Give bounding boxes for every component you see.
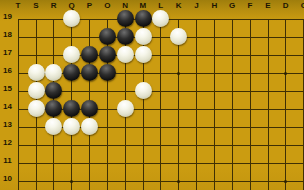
intersection-F18[interactable]	[241, 28, 259, 46]
intersection-J13[interactable]	[188, 118, 206, 136]
intersection-P17[interactable]	[80, 46, 98, 64]
intersection-R12[interactable]	[45, 136, 63, 154]
intersection-N19[interactable]	[116, 10, 134, 28]
intersection-T15[interactable]	[9, 82, 27, 100]
intersection-T17[interactable]	[9, 46, 27, 64]
intersection-J10[interactable]	[188, 172, 206, 190]
intersection-N12[interactable]	[116, 136, 134, 154]
white-stone-R16	[45, 64, 62, 81]
white-stone-R13	[45, 118, 62, 135]
star-point-D10	[284, 180, 287, 183]
intersection-P14[interactable]	[80, 100, 98, 118]
intersection-G14[interactable]	[223, 100, 241, 118]
intersection-H12[interactable]	[205, 136, 223, 154]
column-label-S: S	[30, 1, 42, 10]
column-label-G: G	[226, 1, 238, 10]
intersection-F11[interactable]	[241, 154, 259, 172]
intersection-R17[interactable]	[45, 46, 63, 64]
intersection-P11[interactable]	[80, 154, 98, 172]
intersection-H14[interactable]	[205, 100, 223, 118]
column-label-F: F	[244, 1, 256, 10]
white-stone-Q13	[63, 118, 80, 135]
intersection-L10[interactable]	[152, 172, 170, 190]
white-stone-S15	[28, 82, 45, 99]
intersection-C18[interactable]	[295, 28, 304, 46]
white-stone-S16	[28, 64, 45, 81]
white-stone-P13	[81, 118, 98, 135]
intersection-Q19[interactable]	[63, 10, 81, 28]
black-stone-Q14	[63, 100, 80, 117]
intersection-K13[interactable]	[170, 118, 188, 136]
intersection-Q14[interactable]	[63, 100, 81, 118]
column-label-N: N	[119, 1, 131, 10]
column-label-J: J	[191, 1, 203, 10]
intersection-R14[interactable]	[45, 100, 63, 118]
column-label-K: K	[173, 1, 185, 10]
intersection-N11[interactable]	[116, 154, 134, 172]
intersection-F16[interactable]	[241, 64, 259, 82]
intersection-T14[interactable]	[9, 100, 27, 118]
intersection-T13[interactable]	[9, 118, 27, 136]
intersection-G19[interactable]	[223, 10, 241, 28]
intersection-G10[interactable]	[223, 172, 241, 190]
column-label-M: M	[137, 1, 149, 10]
black-stone-P14	[81, 100, 98, 117]
intersection-L19[interactable]	[152, 10, 170, 28]
white-stone-K18	[170, 28, 187, 45]
intersection-E19[interactable]	[259, 10, 277, 28]
intersection-P10[interactable]	[80, 172, 98, 190]
intersection-J12[interactable]	[188, 136, 206, 154]
intersection-H13[interactable]	[205, 118, 223, 136]
intersection-D18[interactable]	[277, 28, 295, 46]
intersection-G18[interactable]	[223, 28, 241, 46]
intersection-D10[interactable]	[277, 172, 295, 190]
intersection-P18[interactable]	[80, 28, 98, 46]
intersection-F10[interactable]	[241, 172, 259, 190]
board-grid	[9, 10, 304, 190]
intersection-O15[interactable]	[98, 82, 116, 100]
intersection-N10[interactable]	[116, 172, 134, 190]
intersection-T16[interactable]	[9, 64, 27, 82]
black-stone-O18	[99, 28, 116, 45]
intersection-P16[interactable]	[80, 64, 98, 82]
column-label-T: T	[12, 1, 24, 10]
intersection-O11[interactable]	[98, 154, 116, 172]
intersection-E10[interactable]	[259, 172, 277, 190]
intersection-Q13[interactable]	[63, 118, 81, 136]
intersection-K16[interactable]	[170, 64, 188, 82]
intersection-H16[interactable]	[205, 64, 223, 82]
intersection-C13[interactable]	[295, 118, 304, 136]
intersection-D15[interactable]	[277, 82, 295, 100]
black-stone-P16	[81, 64, 98, 81]
black-stone-O17	[99, 46, 116, 63]
intersection-T19[interactable]	[9, 10, 27, 28]
intersection-S13[interactable]	[27, 118, 45, 136]
intersection-F13[interactable]	[241, 118, 259, 136]
intersection-C19[interactable]	[295, 10, 304, 28]
white-stone-M18	[135, 28, 152, 45]
intersection-D13[interactable]	[277, 118, 295, 136]
column-label-L: L	[155, 1, 167, 10]
white-stone-S14	[28, 100, 45, 117]
intersection-O14[interactable]	[98, 100, 116, 118]
intersection-J14[interactable]	[188, 100, 206, 118]
intersection-E12[interactable]	[259, 136, 277, 154]
intersection-D16[interactable]	[277, 64, 295, 82]
intersection-S11[interactable]	[27, 154, 45, 172]
intersection-C17[interactable]	[295, 46, 304, 64]
intersection-N14[interactable]	[116, 100, 134, 118]
column-label-O: O	[101, 1, 113, 10]
intersection-Q15[interactable]	[63, 82, 81, 100]
intersection-L15[interactable]	[152, 82, 170, 100]
intersection-H15[interactable]	[205, 82, 223, 100]
black-stone-P17	[81, 46, 98, 63]
intersection-L13[interactable]	[152, 118, 170, 136]
intersection-C16[interactable]	[295, 64, 304, 82]
intersection-E15[interactable]	[259, 82, 277, 100]
intersection-N18[interactable]	[116, 28, 134, 46]
intersection-S17[interactable]	[27, 46, 45, 64]
intersection-M14[interactable]	[134, 100, 152, 118]
intersection-C11[interactable]	[295, 154, 304, 172]
intersection-T10[interactable]	[9, 172, 27, 190]
intersection-G16[interactable]	[223, 64, 241, 82]
intersection-E17[interactable]	[259, 46, 277, 64]
intersection-G13[interactable]	[223, 118, 241, 136]
intersection-S18[interactable]	[27, 28, 45, 46]
intersection-H18[interactable]	[205, 28, 223, 46]
intersection-R10[interactable]	[45, 172, 63, 190]
intersection-N17[interactable]	[116, 46, 134, 64]
intersection-J17[interactable]	[188, 46, 206, 64]
intersection-M11[interactable]	[134, 154, 152, 172]
intersection-D14[interactable]	[277, 100, 295, 118]
intersection-C14[interactable]	[295, 100, 304, 118]
intersection-Q11[interactable]	[63, 154, 81, 172]
black-stone-Q16	[63, 64, 80, 81]
intersection-K15[interactable]	[170, 82, 188, 100]
intersection-H19[interactable]	[205, 10, 223, 28]
intersection-O17[interactable]	[98, 46, 116, 64]
intersection-K14[interactable]	[170, 100, 188, 118]
intersection-T18[interactable]	[9, 28, 27, 46]
intersection-S12[interactable]	[27, 136, 45, 154]
intersection-M18[interactable]	[134, 28, 152, 46]
intersection-J16[interactable]	[188, 64, 206, 82]
white-stone-Q17	[63, 46, 80, 63]
intersection-E16[interactable]	[259, 64, 277, 82]
intersection-K18[interactable]	[170, 28, 188, 46]
intersection-T12[interactable]	[9, 136, 27, 154]
intersection-M10[interactable]	[134, 172, 152, 190]
intersection-P15[interactable]	[80, 82, 98, 100]
white-stone-N17	[117, 46, 134, 63]
intersection-K12[interactable]	[170, 136, 188, 154]
column-label-R: R	[48, 1, 60, 10]
intersection-M17[interactable]	[134, 46, 152, 64]
intersection-L18[interactable]	[152, 28, 170, 46]
intersection-K17[interactable]	[170, 46, 188, 64]
intersection-G12[interactable]	[223, 136, 241, 154]
intersection-F14[interactable]	[241, 100, 259, 118]
intersection-O12[interactable]	[98, 136, 116, 154]
intersection-D11[interactable]	[277, 154, 295, 172]
intersection-D12[interactable]	[277, 136, 295, 154]
column-label-H: H	[208, 1, 220, 10]
intersection-E14[interactable]	[259, 100, 277, 118]
star-point-K10	[177, 180, 180, 183]
star-point-K16	[177, 72, 180, 75]
intersection-F12[interactable]	[241, 136, 259, 154]
column-label-Q: Q	[66, 1, 78, 10]
intersection-Q10[interactable]	[63, 172, 81, 190]
intersection-O10[interactable]	[98, 172, 116, 190]
intersection-J11[interactable]	[188, 154, 206, 172]
white-stone-N14	[117, 100, 134, 117]
intersection-C12[interactable]	[295, 136, 304, 154]
intersection-D17[interactable]	[277, 46, 295, 64]
black-stone-M19	[135, 10, 152, 27]
intersection-C10[interactable]	[295, 172, 304, 190]
intersection-J19[interactable]	[188, 10, 206, 28]
white-stone-L19	[152, 10, 169, 27]
column-label-E: E	[262, 1, 274, 10]
intersection-S10[interactable]	[27, 172, 45, 190]
star-point-Q10	[70, 180, 73, 183]
intersection-S15[interactable]	[27, 82, 45, 100]
intersection-F15[interactable]	[241, 82, 259, 100]
intersection-E18[interactable]	[259, 28, 277, 46]
intersection-L11[interactable]	[152, 154, 170, 172]
black-stone-R14	[45, 100, 62, 117]
intersection-K19[interactable]	[170, 10, 188, 28]
intersection-N16[interactable]	[116, 64, 134, 82]
intersection-L17[interactable]	[152, 46, 170, 64]
intersection-M13[interactable]	[134, 118, 152, 136]
intersection-T11[interactable]	[9, 154, 27, 172]
intersection-R11[interactable]	[45, 154, 63, 172]
intersection-S16[interactable]	[27, 64, 45, 82]
intersection-O13[interactable]	[98, 118, 116, 136]
intersection-E11[interactable]	[259, 154, 277, 172]
intersection-P12[interactable]	[80, 136, 98, 154]
intersection-R16[interactable]	[45, 64, 63, 82]
intersection-D19[interactable]	[277, 10, 295, 28]
intersection-M16[interactable]	[134, 64, 152, 82]
intersection-O16[interactable]	[98, 64, 116, 82]
intersection-P19[interactable]	[80, 10, 98, 28]
intersection-Q18[interactable]	[63, 28, 81, 46]
intersection-S19[interactable]	[27, 10, 45, 28]
intersection-E13[interactable]	[259, 118, 277, 136]
intersection-H11[interactable]	[205, 154, 223, 172]
intersection-G11[interactable]	[223, 154, 241, 172]
intersection-S14[interactable]	[27, 100, 45, 118]
intersection-R13[interactable]	[45, 118, 63, 136]
column-label-D: D	[280, 1, 292, 10]
intersection-K10[interactable]	[170, 172, 188, 190]
intersection-O18[interactable]	[98, 28, 116, 46]
intersection-O19[interactable]	[98, 10, 116, 28]
intersection-R15[interactable]	[45, 82, 63, 100]
intersection-J15[interactable]	[188, 82, 206, 100]
intersection-L12[interactable]	[152, 136, 170, 154]
intersection-M15[interactable]	[134, 82, 152, 100]
intersection-F17[interactable]	[241, 46, 259, 64]
black-stone-R15	[45, 82, 62, 99]
intersection-P13[interactable]	[80, 118, 98, 136]
intersection-M19[interactable]	[134, 10, 152, 28]
intersection-R18[interactable]	[45, 28, 63, 46]
black-stone-N19	[117, 10, 134, 27]
intersection-Q12[interactable]	[63, 136, 81, 154]
intersection-H17[interactable]	[205, 46, 223, 64]
black-stone-O16	[99, 64, 116, 81]
black-stone-N18	[117, 28, 134, 45]
white-stone-M15	[135, 82, 152, 99]
intersection-R19[interactable]	[45, 10, 63, 28]
intersection-G17[interactable]	[223, 46, 241, 64]
intersection-K11[interactable]	[170, 154, 188, 172]
white-stone-Q19	[63, 10, 80, 27]
intersection-N15[interactable]	[116, 82, 134, 100]
intersection-L14[interactable]	[152, 100, 170, 118]
intersection-F19[interactable]	[241, 10, 259, 28]
intersection-N13[interactable]	[116, 118, 134, 136]
column-label-C: C	[298, 1, 304, 10]
intersection-H10[interactable]	[205, 172, 223, 190]
intersection-G15[interactable]	[223, 82, 241, 100]
intersection-M12[interactable]	[134, 136, 152, 154]
go-board: TSRQPONMLKJHGFEDC 19181716151413121110	[0, 0, 304, 190]
intersection-J18[interactable]	[188, 28, 206, 46]
white-stone-M17	[135, 46, 152, 63]
column-label-P: P	[83, 1, 95, 10]
intersection-Q17[interactable]	[63, 46, 81, 64]
intersection-L16[interactable]	[152, 64, 170, 82]
intersection-Q16[interactable]	[63, 64, 81, 82]
intersection-C15[interactable]	[295, 82, 304, 100]
star-point-D16	[284, 72, 287, 75]
